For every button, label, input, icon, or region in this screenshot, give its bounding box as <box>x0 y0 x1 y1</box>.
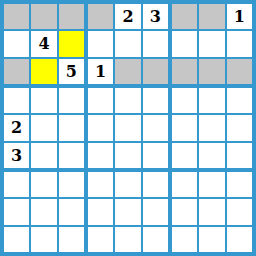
cell-r9c1[interactable] <box>4 227 29 252</box>
cell-r7c8[interactable] <box>199 172 224 197</box>
cell-r6c3[interactable] <box>59 143 84 168</box>
cell-r4c4[interactable] <box>88 88 113 113</box>
cell-r8c7[interactable] <box>172 199 197 224</box>
cell-r6c8[interactable] <box>199 143 224 168</box>
cell-r2c7[interactable] <box>172 31 197 56</box>
cell-r8c6[interactable] <box>143 199 168 224</box>
cell-r3c5[interactable] <box>115 59 140 84</box>
cell-r3c2[interactable] <box>31 59 56 84</box>
cell-r4c5[interactable] <box>115 88 140 113</box>
cell-r9c5[interactable] <box>115 227 140 252</box>
cell-r2c2[interactable]: 4 <box>31 31 56 56</box>
cell-r6c7[interactable] <box>172 143 197 168</box>
cell-r5c3[interactable] <box>59 115 84 140</box>
cell-r2c1[interactable] <box>4 31 29 56</box>
cell-r4c9[interactable] <box>227 88 252 113</box>
cell-r5c5[interactable] <box>115 115 140 140</box>
cell-r7c2[interactable] <box>31 172 56 197</box>
cell-r2c4[interactable] <box>88 31 113 56</box>
cell-r5c8[interactable] <box>199 115 224 140</box>
cell-r4c7[interactable] <box>172 88 197 113</box>
cell-r8c1[interactable] <box>4 199 29 224</box>
cell-r2c5[interactable] <box>115 31 140 56</box>
cell-r8c3[interactable] <box>59 199 84 224</box>
cell-r6c9[interactable] <box>227 143 252 168</box>
cell-r4c3[interactable] <box>59 88 84 113</box>
cell-r5c1[interactable]: 2 <box>4 115 29 140</box>
cell-r8c4[interactable] <box>88 199 113 224</box>
cell-r1c5[interactable]: 2 <box>115 4 140 29</box>
cell-r1c4[interactable] <box>88 4 113 29</box>
cell-r9c3[interactable] <box>59 227 84 252</box>
cell-r8c8[interactable] <box>199 199 224 224</box>
cell-r9c8[interactable] <box>199 227 224 252</box>
cell-r6c6[interactable] <box>143 143 168 168</box>
cell-r1c8[interactable] <box>199 4 224 29</box>
cell-r8c9[interactable] <box>227 199 252 224</box>
cell-r5c2[interactable] <box>31 115 56 140</box>
cell-r6c4[interactable] <box>88 143 113 168</box>
cell-r3c7[interactable] <box>172 59 197 84</box>
cell-r7c9[interactable] <box>227 172 252 197</box>
cell-r1c7[interactable] <box>172 4 197 29</box>
cell-r7c3[interactable] <box>59 172 84 197</box>
cell-r2c6[interactable] <box>143 31 168 56</box>
cell-r3c6[interactable] <box>143 59 168 84</box>
cell-r5c4[interactable] <box>88 115 113 140</box>
cell-r6c1[interactable]: 3 <box>4 143 29 168</box>
cell-r8c5[interactable] <box>115 199 140 224</box>
cell-r7c5[interactable] <box>115 172 140 197</box>
cell-r7c6[interactable] <box>143 172 168 197</box>
cell-r3c8[interactable] <box>199 59 224 84</box>
cell-r9c9[interactable] <box>227 227 252 252</box>
cell-r3c4[interactable]: 1 <box>88 59 113 84</box>
cell-r1c6[interactable]: 3 <box>143 4 168 29</box>
cell-r3c1[interactable] <box>4 59 29 84</box>
sudoku-board: 23145123 <box>0 0 256 256</box>
cell-r4c6[interactable] <box>143 88 168 113</box>
cell-r2c8[interactable] <box>199 31 224 56</box>
cell-r4c8[interactable] <box>199 88 224 113</box>
cell-r9c6[interactable] <box>143 227 168 252</box>
cell-r4c2[interactable] <box>31 88 56 113</box>
cell-r7c4[interactable] <box>88 172 113 197</box>
cell-r2c9[interactable] <box>227 31 252 56</box>
cell-r1c3[interactable] <box>59 4 84 29</box>
cell-r1c1[interactable] <box>4 4 29 29</box>
cell-r1c2[interactable] <box>31 4 56 29</box>
cell-r1c9[interactable]: 1 <box>227 4 252 29</box>
cell-r7c7[interactable] <box>172 172 197 197</box>
cell-r3c9[interactable] <box>227 59 252 84</box>
cell-r5c9[interactable] <box>227 115 252 140</box>
cell-r9c7[interactable] <box>172 227 197 252</box>
cell-r5c6[interactable] <box>143 115 168 140</box>
cell-r6c2[interactable] <box>31 143 56 168</box>
cell-r5c7[interactable] <box>172 115 197 140</box>
cell-r9c4[interactable] <box>88 227 113 252</box>
cell-r4c1[interactable] <box>4 88 29 113</box>
cell-r7c1[interactable] <box>4 172 29 197</box>
cell-r6c5[interactable] <box>115 143 140 168</box>
cell-r3c3[interactable]: 5 <box>59 59 84 84</box>
cell-r9c2[interactable] <box>31 227 56 252</box>
cell-r2c3[interactable] <box>59 31 84 56</box>
cell-r8c2[interactable] <box>31 199 56 224</box>
